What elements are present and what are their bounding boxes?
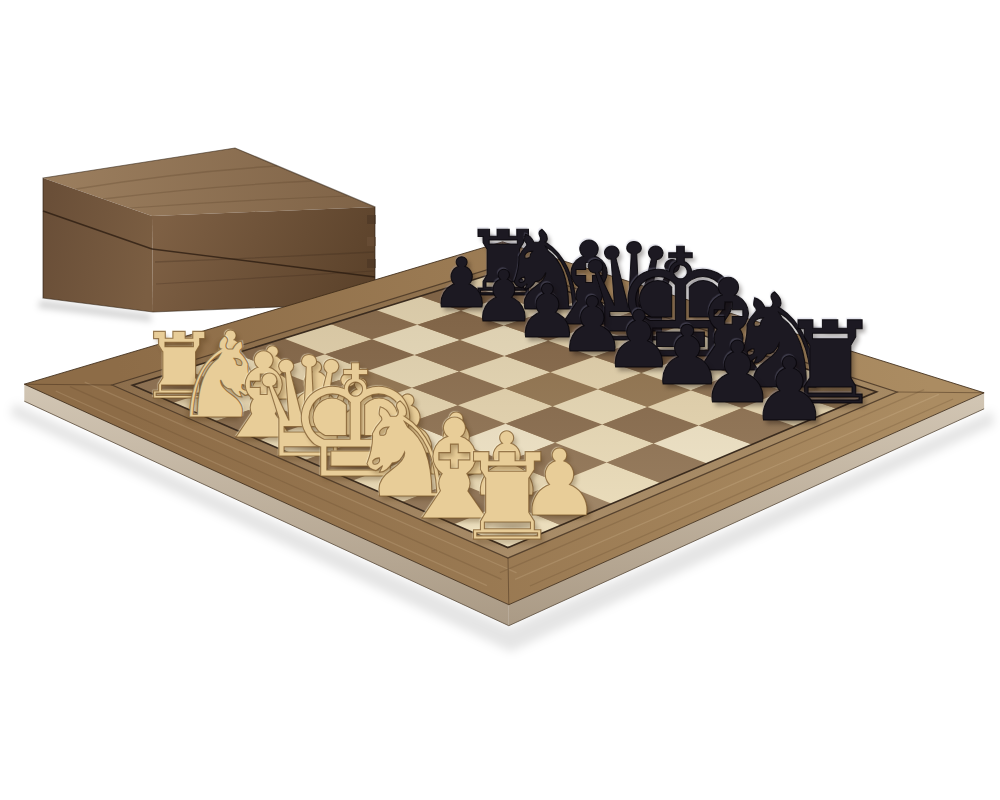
chess-set-photo: ♜♞♝♛♚♝♞♜♟︎♟︎♟︎♟︎♟︎♟︎♟︎♟︎♟︎♟︎♟︎♟︎♟︎♟︎♟︎♟︎… xyxy=(0,0,1000,800)
board-and-box-rendering xyxy=(0,0,1000,800)
